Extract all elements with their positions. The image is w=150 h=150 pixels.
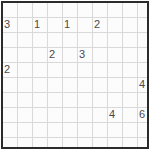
cell-r4c8[interactable]: [108, 48, 123, 63]
cell-r2c5-clue[interactable]: 1: [63, 18, 78, 33]
cell-r2c4[interactable]: [48, 18, 63, 33]
cell-r1c6[interactable]: [78, 3, 93, 18]
cell-r3c9[interactable]: [123, 33, 138, 48]
cell-r1c9[interactable]: [123, 3, 138, 18]
cell-r8c6[interactable]: [78, 108, 93, 123]
cell-r1c10[interactable]: [138, 3, 147, 18]
cell-r10c2[interactable]: [18, 138, 33, 147]
cell-r2c1-clue[interactable]: 3: [3, 18, 18, 33]
cell-r8c5[interactable]: [63, 108, 78, 123]
cell-r8c8-clue[interactable]: 4: [108, 108, 123, 123]
cell-r5c10[interactable]: [138, 63, 147, 78]
cell-r6c10-clue[interactable]: 4: [138, 78, 147, 93]
cell-r2c6[interactable]: [78, 18, 93, 33]
cell-r3c8[interactable]: [108, 33, 123, 48]
cell-r10c3[interactable]: [33, 138, 48, 147]
cell-r5c9[interactable]: [123, 63, 138, 78]
cell-r3c3[interactable]: [33, 33, 48, 48]
cell-r7c8[interactable]: [108, 93, 123, 108]
cell-r3c6[interactable]: [78, 33, 93, 48]
cell-r10c9[interactable]: [123, 138, 138, 147]
cell-r9c4[interactable]: [48, 123, 63, 138]
cell-r3c1[interactable]: [3, 33, 18, 48]
cell-r10c7[interactable]: [93, 138, 108, 147]
cell-r7c4[interactable]: [48, 93, 63, 108]
cell-r9c7[interactable]: [93, 123, 108, 138]
cell-r1c1[interactable]: [3, 3, 18, 18]
cell-r7c3[interactable]: [33, 93, 48, 108]
cell-r7c6[interactable]: [78, 93, 93, 108]
cell-r8c7[interactable]: [93, 108, 108, 123]
cell-r3c4[interactable]: [48, 33, 63, 48]
cell-r9c5[interactable]: [63, 123, 78, 138]
cell-r10c5[interactable]: [63, 138, 78, 147]
cell-r2c3-clue[interactable]: 1: [33, 18, 48, 33]
cell-r7c9[interactable]: [123, 93, 138, 108]
cell-r4c10[interactable]: [138, 48, 147, 63]
cell-r3c7[interactable]: [93, 33, 108, 48]
cell-r5c5[interactable]: [63, 63, 78, 78]
cell-r1c4[interactable]: [48, 3, 63, 18]
cell-r9c8[interactable]: [108, 123, 123, 138]
cell-r8c3[interactable]: [33, 108, 48, 123]
cell-r9c1[interactable]: [3, 123, 18, 138]
puzzle-area: 3112232446: [0, 0, 150, 150]
cell-r6c1[interactable]: [3, 78, 18, 93]
cell-r3c2[interactable]: [18, 33, 33, 48]
cell-r10c8[interactable]: [108, 138, 123, 147]
cell-r4c5[interactable]: [63, 48, 78, 63]
cell-r7c7[interactable]: [93, 93, 108, 108]
cell-r5c2[interactable]: [18, 63, 33, 78]
cell-r1c5[interactable]: [63, 3, 78, 18]
cell-r8c2[interactable]: [18, 108, 33, 123]
cell-r2c7-clue[interactable]: 2: [93, 18, 108, 33]
cell-r5c4[interactable]: [48, 63, 63, 78]
cell-r4c1[interactable]: [3, 48, 18, 63]
cell-r5c3[interactable]: [33, 63, 48, 78]
cell-r2c2[interactable]: [18, 18, 33, 33]
cell-r9c6[interactable]: [78, 123, 93, 138]
cell-r6c3[interactable]: [33, 78, 48, 93]
cell-r3c10[interactable]: [138, 33, 147, 48]
cell-r7c1[interactable]: [3, 93, 18, 108]
cell-r2c10[interactable]: [138, 18, 147, 33]
cell-r5c1-clue[interactable]: 2: [3, 63, 18, 78]
cell-r6c5[interactable]: [63, 78, 78, 93]
cell-r9c3[interactable]: [33, 123, 48, 138]
cell-r9c9[interactable]: [123, 123, 138, 138]
cell-r4c2[interactable]: [18, 48, 33, 63]
cell-r10c10[interactable]: [138, 138, 147, 147]
cell-r5c8[interactable]: [108, 63, 123, 78]
cell-r4c3[interactable]: [33, 48, 48, 63]
cell-r6c6[interactable]: [78, 78, 93, 93]
cell-r6c4[interactable]: [48, 78, 63, 93]
cell-r6c8[interactable]: [108, 78, 123, 93]
cell-r4c9[interactable]: [123, 48, 138, 63]
cell-r8c9[interactable]: [123, 108, 138, 123]
cell-r1c7[interactable]: [93, 3, 108, 18]
cell-r1c3[interactable]: [33, 3, 48, 18]
cell-r1c2[interactable]: [18, 3, 33, 18]
cell-r7c10[interactable]: [138, 93, 147, 108]
cell-r1c8[interactable]: [108, 3, 123, 18]
cell-r10c4[interactable]: [48, 138, 63, 147]
cell-r8c4[interactable]: [48, 108, 63, 123]
cell-r6c7[interactable]: [93, 78, 108, 93]
cell-r5c6[interactable]: [78, 63, 93, 78]
cell-r6c2[interactable]: [18, 78, 33, 93]
cell-r4c7[interactable]: [93, 48, 108, 63]
cell-r2c8[interactable]: [108, 18, 123, 33]
cell-r6c9[interactable]: [123, 78, 138, 93]
puzzle-board: 3112232446: [1, 1, 149, 149]
cell-r9c10[interactable]: [138, 123, 147, 138]
cell-r8c1[interactable]: [3, 108, 18, 123]
cell-r8c10-clue[interactable]: 6: [138, 108, 147, 123]
cell-r7c2[interactable]: [18, 93, 33, 108]
cell-r4c4-clue[interactable]: 2: [48, 48, 63, 63]
cell-r10c6[interactable]: [78, 138, 93, 147]
cell-r2c9[interactable]: [123, 18, 138, 33]
cell-r3c5[interactable]: [63, 33, 78, 48]
cell-r9c2[interactable]: [18, 123, 33, 138]
cell-r5c7[interactable]: [93, 63, 108, 78]
cell-r4c6-clue[interactable]: 3: [78, 48, 93, 63]
cell-r10c1[interactable]: [3, 138, 18, 147]
cell-r7c5[interactable]: [63, 93, 78, 108]
